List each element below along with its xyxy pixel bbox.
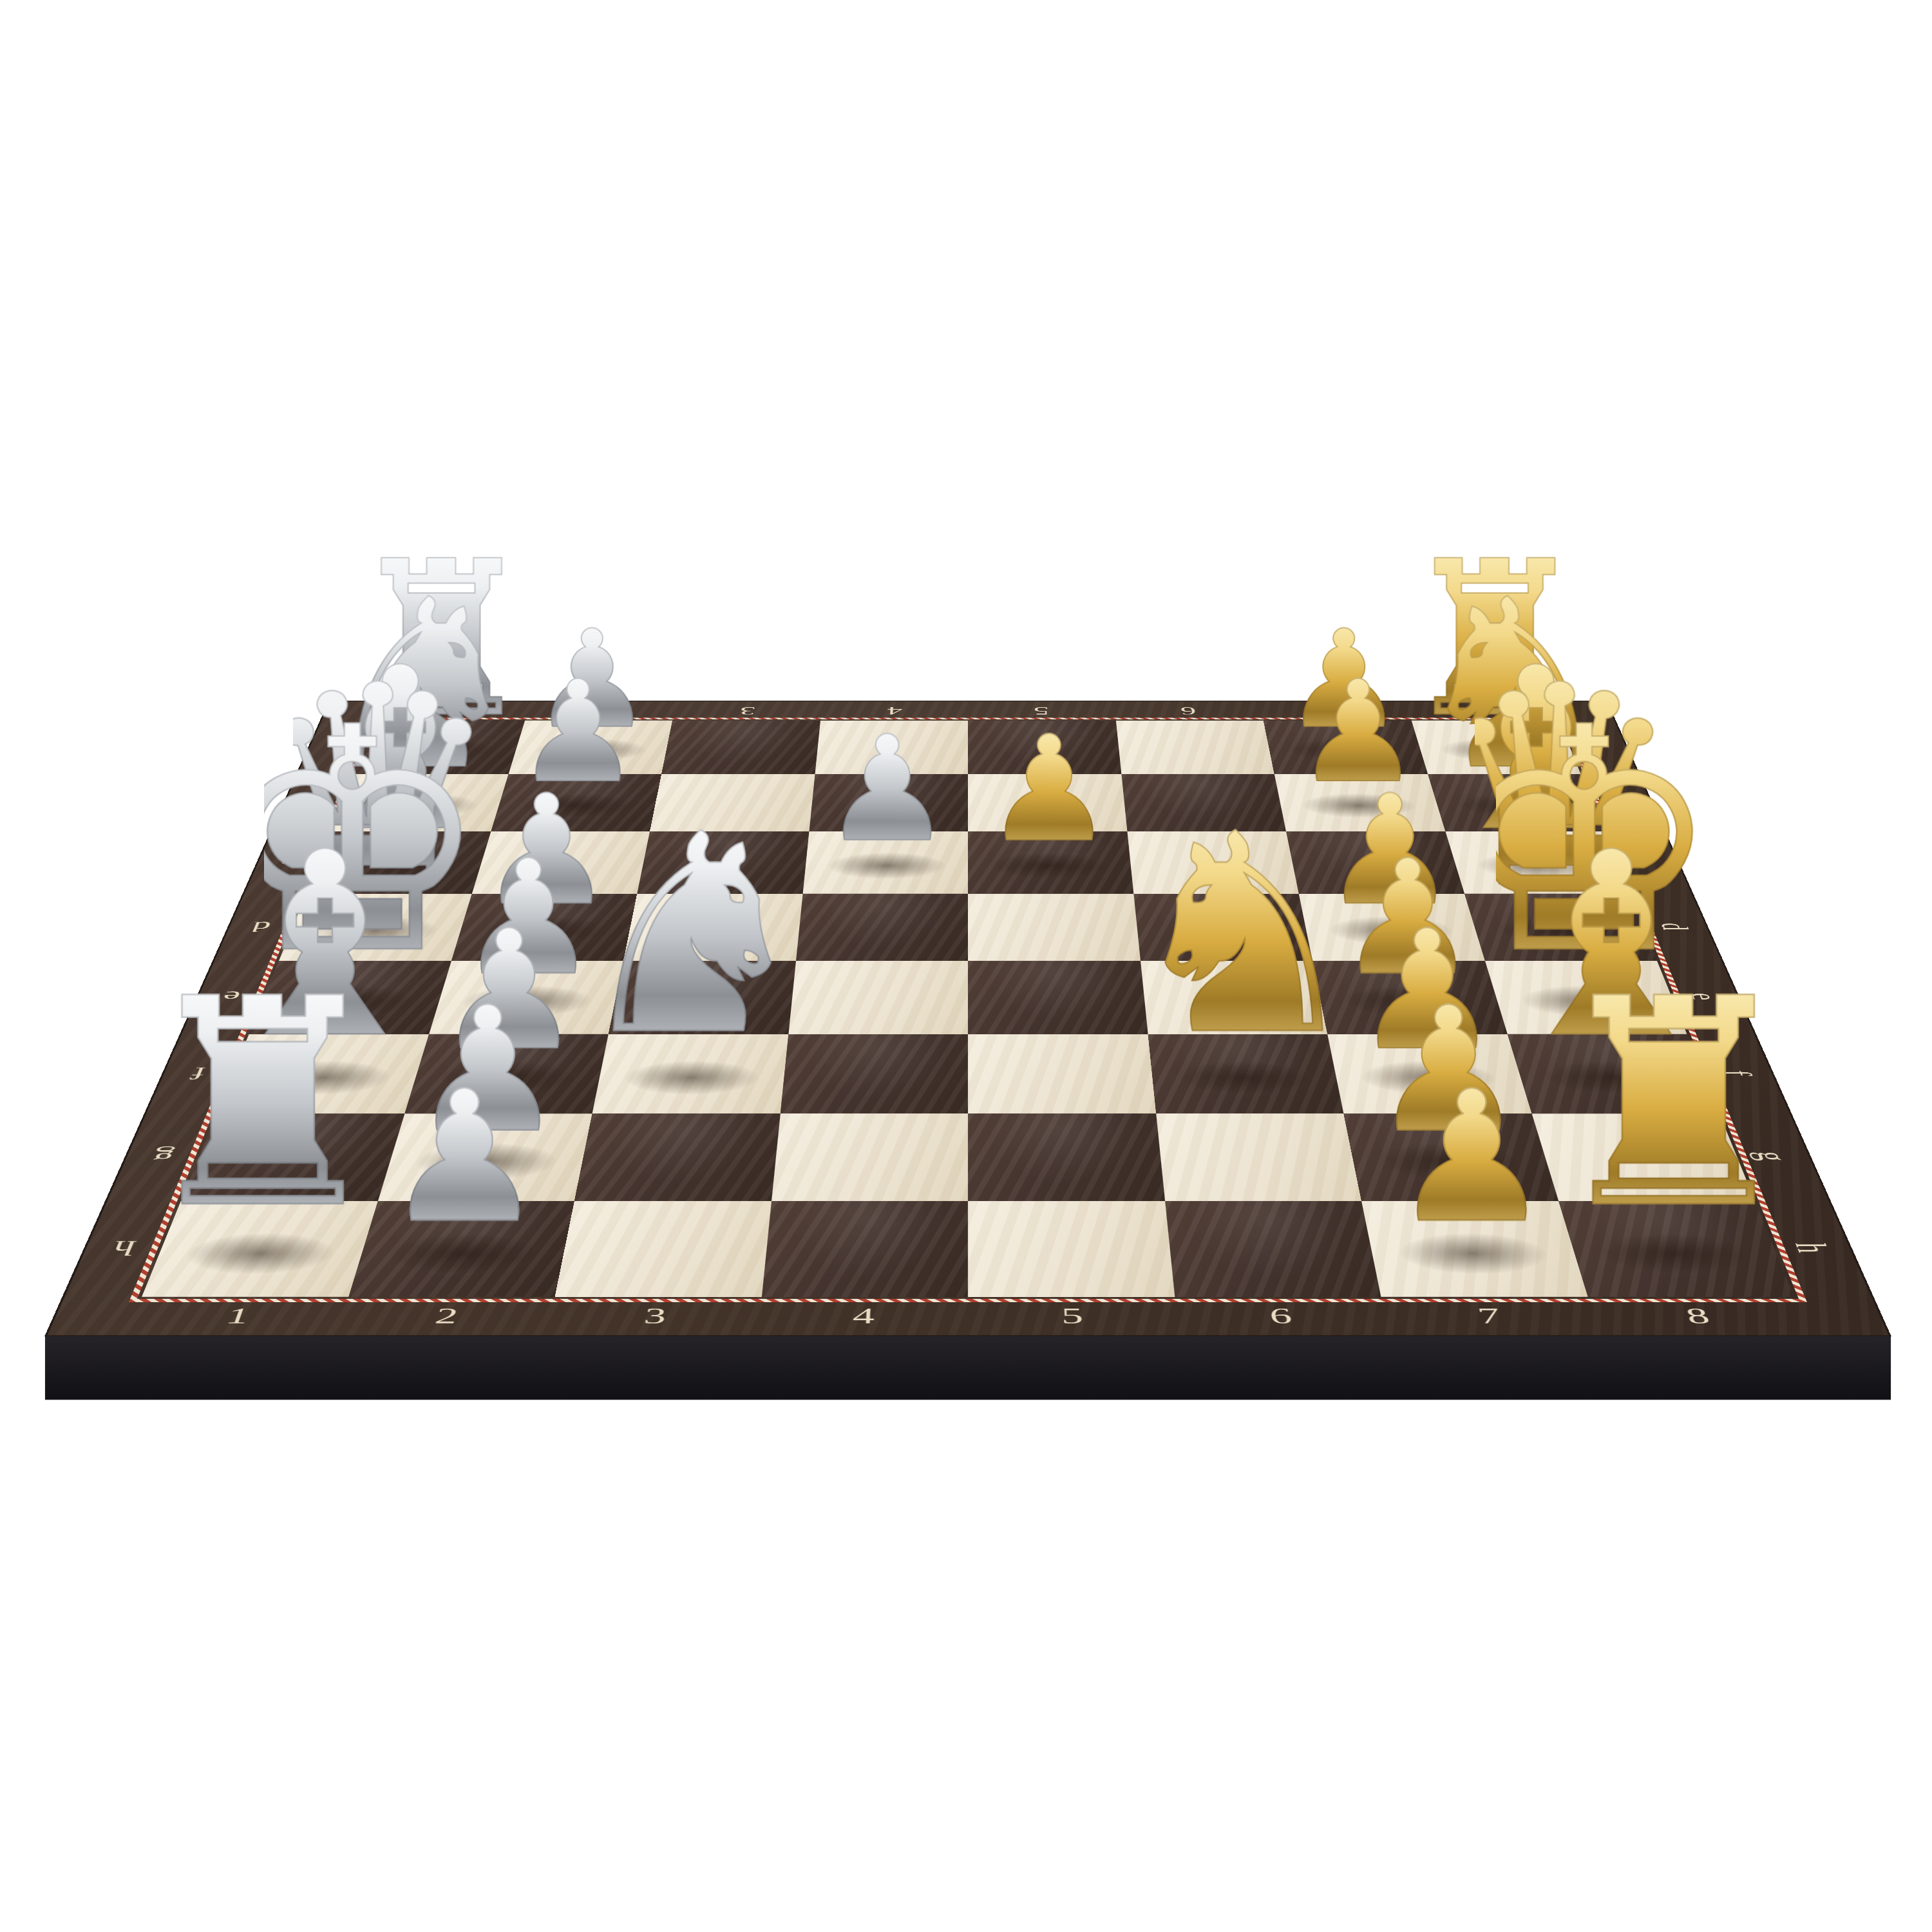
pawn-glyph: ♟: [984, 716, 1115, 862]
rank-label-far-6: 6: [1113, 701, 1263, 721]
square-h5[interactable]: [968, 1201, 1175, 1297]
rank-label-near-5: 5: [968, 1297, 1179, 1336]
rook-glyph: ♜: [134, 961, 391, 1248]
rank-label-near-6: 6: [1175, 1297, 1389, 1336]
square-a6[interactable]: [1115, 721, 1274, 774]
silver-pawn-c4[interactable]: ♟: [806, 716, 968, 862]
knight-glyph: ♞: [569, 798, 815, 1073]
silver-knight-f3[interactable]: ♞: [600, 798, 784, 1073]
gold-pawn-c5[interactable]: ♟: [968, 716, 1130, 862]
silver-rook-h1[interactable]: ♜: [162, 961, 363, 1248]
pawn-glyph: ♟: [822, 716, 952, 862]
square-h6[interactable]: [1165, 1201, 1381, 1297]
square-g6[interactable]: [1156, 1113, 1361, 1201]
rank-label-near-3: 3: [547, 1297, 761, 1336]
square-g3[interactable]: [574, 1113, 780, 1201]
square-d4[interactable]: [796, 894, 969, 961]
rank-label-near-4: 4: [757, 1297, 968, 1336]
gold-knight-f6[interactable]: ♞: [1151, 798, 1335, 1073]
knight-glyph: ♞: [1121, 798, 1367, 1073]
square-c5[interactable]: ♟: [968, 831, 1133, 893]
square-a3[interactable]: [661, 721, 820, 774]
silver-pawn-h2[interactable]: ♟: [363, 1067, 565, 1248]
rank-label-near-1: 1: [126, 1297, 348, 1336]
board-corner: [1794, 1297, 1888, 1336]
square-h1[interactable]: ♜: [142, 1201, 377, 1297]
rank-label-near-8: 8: [1587, 1297, 1810, 1336]
square-h3[interactable]: [555, 1201, 772, 1297]
gold-rook-h8[interactable]: ♜: [1573, 961, 1774, 1248]
square-f6[interactable]: ♞: [1148, 1034, 1343, 1114]
gold-pawn-h7[interactable]: ♟: [1371, 1067, 1573, 1248]
rank-label-near-2: 2: [337, 1297, 555, 1336]
pawn-glyph: ♟: [383, 1067, 545, 1248]
board-front-edge: [45, 1335, 1891, 1399]
pawn-glyph: ♟: [1391, 1067, 1553, 1248]
rank-label-far-3: 3: [672, 701, 822, 721]
rook-glyph: ♜: [1545, 961, 1802, 1248]
rank-label-near-7: 7: [1381, 1297, 1599, 1336]
square-h2[interactable]: ♟: [348, 1201, 574, 1297]
chess-board: 12345678a♜♟♟♜ab♞♟♟♞bc♝♟♟♝cd♛♟♟♛de♚♟♟♚ef♝…: [44, 701, 1891, 1336]
square-f3[interactable]: ♞: [592, 1034, 788, 1114]
square-g5[interactable]: [968, 1113, 1165, 1201]
square-h4[interactable]: [761, 1201, 968, 1297]
square-c4[interactable]: ♟: [802, 831, 968, 893]
square-g4[interactable]: [771, 1113, 968, 1201]
square-h8[interactable]: ♜: [1558, 1201, 1794, 1297]
square-d5[interactable]: [968, 894, 1141, 961]
